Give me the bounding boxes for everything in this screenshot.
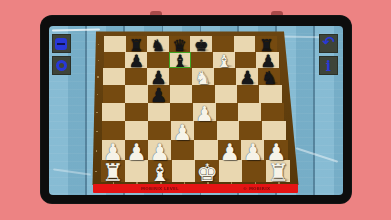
app-screen: ♜♞♛♚♜♟♝♝♟♟♞♟♞♟♟♟♟♟♟♟♟♟♜♝♚♜ MOBIRIX LEVEL… <box>49 26 343 195</box>
white-bishop-f7[interactable]: ♝ <box>217 53 232 70</box>
menu-square-icon <box>55 38 67 50</box>
highlight-square-d7 <box>169 52 191 68</box>
undo-button[interactable]: ↶ <box>319 34 338 53</box>
white-pawn-g2[interactable]: ♟ <box>243 141 264 164</box>
ring-icon <box>56 60 67 71</box>
undo-arrow-icon: ↶ <box>322 35 335 50</box>
white-rook-a1[interactable]: ♜ <box>102 160 124 184</box>
chess-board: ♜♞♛♚♜♟♝♝♟♟♞♟♞♟♟♟♟♟♟♟♟♟♜♝♚♜ <box>49 26 343 195</box>
white-rook-h1[interactable]: ♜ <box>267 160 289 184</box>
menu-button[interactable] <box>52 34 71 53</box>
status-bar-right-text: © MOBIRIX <box>243 187 270 191</box>
info-icon: i <box>326 59 331 73</box>
phone-frame: ♜♞♛♚♜♟♝♝♟♟♞♟♞♟♟♟♟♟♟♟♟♟♜♝♚♜ MOBIRIX LEVEL… <box>41 16 351 203</box>
black-king-e8[interactable]: ♚ <box>194 38 208 54</box>
board-pieces: ♜♞♛♚♜♟♝♝♟♟♞♟♞♟♟♟♟♟♟♟♟♟♜♝♚♜ <box>49 26 343 195</box>
white-pawn-f2[interactable]: ♟ <box>219 141 240 164</box>
white-pawn-b2[interactable]: ♟ <box>126 141 147 164</box>
rotate-board-button[interactable] <box>52 56 71 75</box>
black-pawn-g6[interactable]: ♟ <box>239 69 255 87</box>
white-king-e1[interactable]: ♚ <box>197 160 219 184</box>
black-pawn-b7[interactable]: ♟ <box>129 53 144 70</box>
info-button[interactable]: i <box>319 56 338 75</box>
black-knight-h6[interactable]: ♞ <box>261 69 277 87</box>
white-pawn-d3[interactable]: ♟ <box>173 122 192 144</box>
white-bishop-c1[interactable]: ♝ <box>149 160 171 184</box>
black-knight-c8[interactable]: ♞ <box>151 38 165 54</box>
white-knight-e6[interactable]: ♞ <box>195 69 211 87</box>
status-bar-left-text: MOBIRIX LEVEL <box>141 187 179 191</box>
black-pawn-c5[interactable]: ♟ <box>150 86 167 105</box>
white-pawn-e4[interactable]: ♟ <box>195 103 213 124</box>
screenshot-root: ♜♞♛♚♜♟♝♝♟♟♞♟♞♟♟♟♟♟♟♟♟♟♜♝♚♜ MOBIRIX LEVEL… <box>0 0 391 220</box>
